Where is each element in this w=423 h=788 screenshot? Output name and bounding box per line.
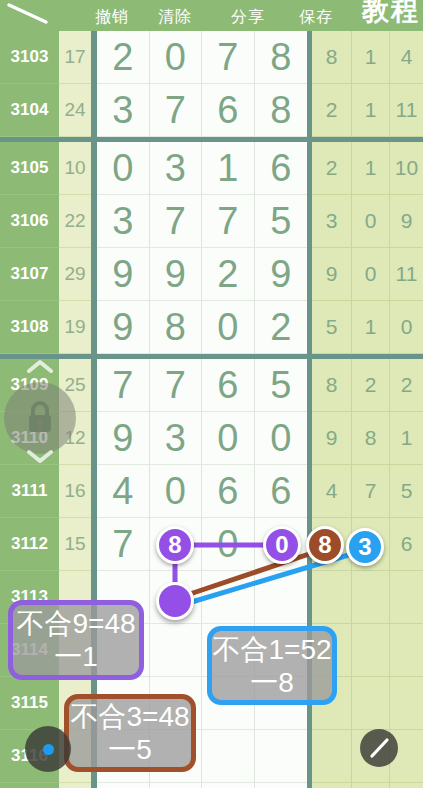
digit-cell[interactable]: 0: [255, 412, 308, 465]
stat-cell[interactable]: 1: [352, 84, 390, 137]
stat-cell[interactable]: 2: [312, 142, 352, 195]
stat-cell[interactable]: 1: [352, 142, 390, 195]
stat-cell[interactable]: 6: [390, 518, 423, 571]
note-text: 一8: [212, 667, 332, 699]
undo-button[interactable]: 撤销: [95, 0, 129, 31]
digit-cell[interactable]: 2: [97, 31, 150, 84]
digit-cell[interactable]: [255, 783, 308, 788]
topbar: 撤销 清除 分享 保存: [0, 0, 423, 31]
table-row: 3103172078814: [0, 31, 423, 84]
sum-value: 17: [59, 31, 91, 84]
digit-cell[interactable]: 6: [202, 359, 255, 412]
digit-cell[interactable]: 0: [97, 142, 150, 195]
stat-cell[interactable]: 0: [352, 248, 390, 301]
period-label: 3115: [0, 677, 59, 730]
stat-cell[interactable]: [390, 571, 423, 624]
digit-cell[interactable]: 8: [150, 301, 203, 354]
digit-cell[interactable]: 0: [202, 412, 255, 465]
period-label: 3111: [0, 465, 59, 518]
table-row: 31042437682111: [0, 84, 423, 137]
digit-cell[interactable]: [255, 730, 308, 783]
brush-color-button[interactable]: [25, 726, 71, 772]
digit-cell[interactable]: 7: [150, 84, 203, 137]
note-text: 一1: [13, 641, 139, 673]
chevron-up-icon[interactable]: [24, 359, 56, 373]
stat-cell[interactable]: 0: [352, 195, 390, 248]
digit-cell[interactable]: 1: [202, 142, 255, 195]
table-row: 31072999299011: [0, 248, 423, 301]
digit-cell[interactable]: [202, 730, 255, 783]
sum-value: 29: [59, 248, 91, 301]
table-row: 31051003162110: [0, 142, 423, 195]
stat-cell[interactable]: 4: [390, 31, 423, 84]
blue-dot-icon: [43, 744, 54, 755]
pencil-icon: [360, 729, 398, 767]
period-label: [0, 783, 59, 788]
tutorial-button[interactable]: 教程: [362, 0, 420, 29]
stat-cell[interactable]: [352, 783, 390, 788]
digit-cell[interactable]: 7: [202, 195, 255, 248]
note-text: 一5: [69, 734, 191, 766]
note-text: 不合9=48: [13, 607, 139, 641]
digit-cell[interactable]: 8: [255, 84, 308, 137]
digit-cell[interactable]: 2: [255, 301, 308, 354]
stat-cell[interactable]: 9: [312, 412, 352, 465]
stat-cell[interactable]: 2: [352, 359, 390, 412]
chevron-down-icon[interactable]: [24, 449, 56, 463]
digit-cell[interactable]: 0: [202, 518, 255, 571]
digit-cell[interactable]: 6: [255, 465, 308, 518]
lock-button[interactable]: [4, 382, 76, 454]
clear-button[interactable]: 清除: [158, 0, 192, 31]
stat-cell[interactable]: 8: [312, 31, 352, 84]
digit-cell[interactable]: 2: [202, 248, 255, 301]
digit-cell[interactable]: 6: [255, 142, 308, 195]
stat-cell[interactable]: 7: [352, 465, 390, 518]
digit-cell[interactable]: 0: [150, 465, 203, 518]
period-label: 3108: [0, 301, 59, 354]
note-text: 不合3=48: [69, 700, 191, 734]
digit-cell[interactable]: 9: [97, 248, 150, 301]
period-label: 3103: [0, 31, 59, 84]
stat-cell[interactable]: 0: [390, 301, 423, 354]
digit-cell[interactable]: 5: [255, 359, 308, 412]
stat-cell[interactable]: 9: [390, 195, 423, 248]
digit-cell[interactable]: 5: [255, 195, 308, 248]
digit-cell[interactable]: 3: [97, 84, 150, 137]
stat-cell[interactable]: 4: [312, 465, 352, 518]
stat-cell[interactable]: [352, 571, 390, 624]
digit-cell[interactable]: 6: [202, 84, 255, 137]
digit-cell[interactable]: 7: [150, 195, 203, 248]
digit-cell[interactable]: [202, 783, 255, 788]
digit-cell[interactable]: [97, 783, 150, 788]
stat-cell[interactable]: 11: [390, 84, 423, 137]
sum-value: 24: [59, 84, 91, 137]
note-box-purple[interactable]: 不合9=48 一1: [8, 600, 144, 680]
stat-cell[interactable]: 8: [312, 359, 352, 412]
sum-value: 22: [59, 195, 91, 248]
stat-cell[interactable]: [312, 783, 352, 788]
digit-cell[interactable]: [202, 571, 255, 624]
stat-cell[interactable]: 1: [390, 412, 423, 465]
stat-cell[interactable]: 1: [352, 31, 390, 84]
stat-cell[interactable]: 11: [390, 248, 423, 301]
save-button[interactable]: 保存: [299, 0, 333, 31]
table-row: 3108199802510: [0, 301, 423, 354]
digit-cell[interactable]: 7: [97, 518, 150, 571]
digit-cell[interactable]: 0: [150, 31, 203, 84]
annotation-circle-purple-0[interactable]: 0: [263, 526, 301, 564]
stat-cell[interactable]: [312, 730, 352, 783]
lottery-trend-app: 3103172078814310424376821113105100316211…: [0, 0, 423, 788]
digit-cell[interactable]: 4: [97, 465, 150, 518]
period-label: 3107: [0, 248, 59, 301]
table-row: 3106223775309: [0, 195, 423, 248]
share-button[interactable]: 分享: [231, 0, 265, 31]
digit-cell[interactable]: [255, 571, 308, 624]
note-box-blue[interactable]: 不合1=52 一8: [207, 626, 337, 705]
stat-cell[interactable]: 5: [390, 465, 423, 518]
digit-cell[interactable]: 3: [150, 412, 203, 465]
note-box-brown[interactable]: 不合3=48 一5: [64, 694, 196, 772]
draw-mode-button[interactable]: [360, 729, 398, 767]
period-label: 3105: [0, 142, 59, 195]
annotation-circle-brown-8[interactable]: 8: [306, 526, 344, 564]
digit-cell[interactable]: 3: [97, 195, 150, 248]
stat-cell[interactable]: [352, 624, 390, 677]
stat-cell[interactable]: 2: [312, 84, 352, 137]
digit-cell[interactable]: 7: [150, 359, 203, 412]
digit-cell[interactable]: 9: [150, 248, 203, 301]
stat-cell[interactable]: 9: [312, 248, 352, 301]
stat-cell[interactable]: 5: [312, 301, 352, 354]
digit-cell[interactable]: 7: [202, 31, 255, 84]
back-arrow-icon: [4, 1, 54, 27]
stat-cell[interactable]: [352, 677, 390, 730]
sum-value: 19: [59, 301, 91, 354]
stat-cell[interactable]: [390, 783, 423, 788]
stat-cell[interactable]: 8: [352, 412, 390, 465]
sum-value: [59, 783, 91, 788]
annotation-dot-purple[interactable]: [156, 582, 194, 620]
stat-cell[interactable]: 3: [312, 195, 352, 248]
note-text: 不合1=52: [212, 633, 332, 667]
table-row: 3111164066475: [0, 465, 423, 518]
digit-cell[interactable]: 9: [255, 248, 308, 301]
digit-cell[interactable]: 9: [97, 412, 150, 465]
stat-cell[interactable]: [390, 677, 423, 730]
digit-cell[interactable]: 9: [97, 301, 150, 354]
sum-value: 16: [59, 465, 91, 518]
sum-value: 10: [59, 142, 91, 195]
stat-cell[interactable]: 2: [390, 359, 423, 412]
stat-cell[interactable]: [312, 571, 352, 624]
period-label: 3106: [0, 195, 59, 248]
sum-value: 15: [59, 518, 91, 571]
digit-cell[interactable]: [150, 624, 203, 677]
digit-cell[interactable]: 0: [202, 301, 255, 354]
digit-cell[interactable]: 7: [97, 359, 150, 412]
digit-cell[interactable]: 6: [202, 465, 255, 518]
stat-cell[interactable]: 10: [390, 142, 423, 195]
digit-cell[interactable]: 8: [255, 31, 308, 84]
stat-cell[interactable]: [390, 624, 423, 677]
digit-cell[interactable]: 3: [150, 142, 203, 195]
period-label: 3104: [0, 84, 59, 137]
annotation-circle-blue-3[interactable]: 3: [346, 528, 384, 566]
annotation-circle-purple-8[interactable]: 8: [156, 526, 194, 564]
lock-icon: [4, 382, 76, 454]
stat-cell[interactable]: 1: [352, 301, 390, 354]
digit-cell[interactable]: [150, 783, 203, 788]
table-row: [0, 783, 423, 788]
back-button[interactable]: [4, 1, 54, 27]
period-label: 3112: [0, 518, 59, 571]
